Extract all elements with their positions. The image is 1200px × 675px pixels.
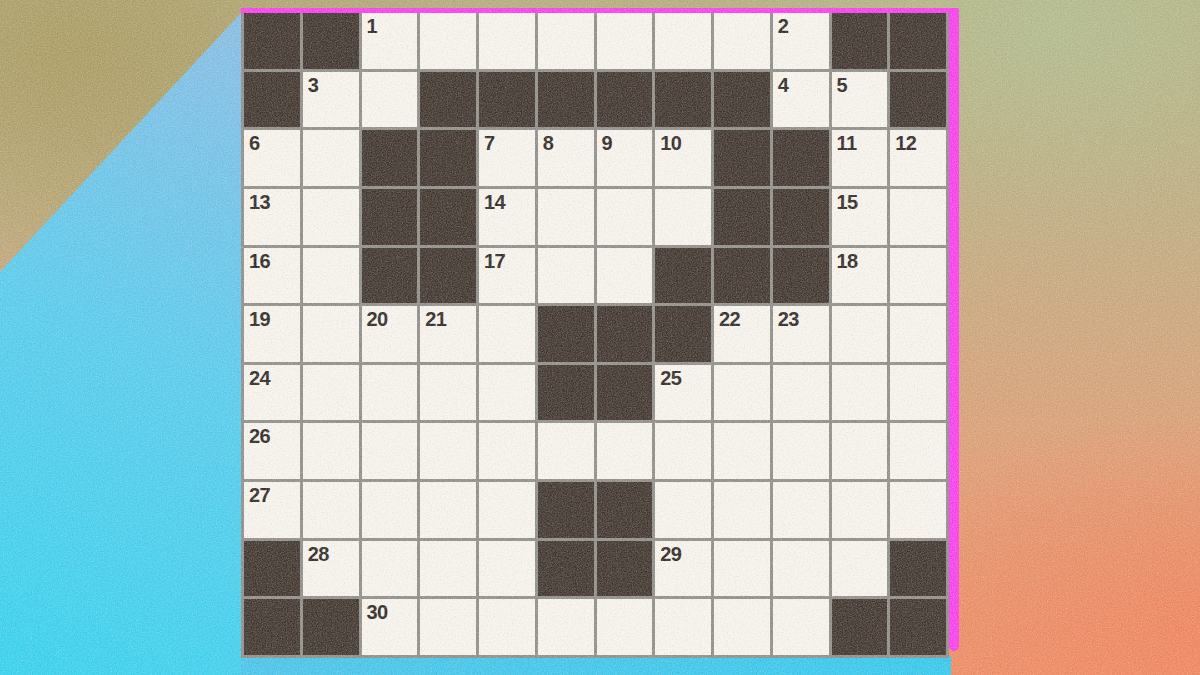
cell-r7c8[interactable]: 25 <box>655 365 711 421</box>
cell-r10c7 <box>597 541 653 597</box>
cell-r3c7[interactable]: 9 <box>597 130 653 186</box>
cell-r2c8 <box>655 72 711 128</box>
cell-r5c2[interactable] <box>303 248 359 304</box>
cell-r10c3[interactable] <box>362 541 418 597</box>
cell-r2c9 <box>714 72 770 128</box>
cell-r11c3[interactable]: 30 <box>362 599 418 655</box>
clue-number-10: 10 <box>660 133 681 153</box>
cell-r11c12 <box>890 599 946 655</box>
cell-r3c9 <box>714 130 770 186</box>
clue-number-30: 30 <box>367 602 388 622</box>
cell-r10c8[interactable]: 29 <box>655 541 711 597</box>
cell-r3c8[interactable]: 10 <box>655 130 711 186</box>
cell-r11c6[interactable] <box>538 599 594 655</box>
cell-r3c4 <box>420 130 476 186</box>
cell-r1c2 <box>303 13 359 69</box>
cell-r6c11[interactable] <box>832 306 888 362</box>
cell-r4c3 <box>362 189 418 245</box>
cell-r7c4[interactable] <box>420 365 476 421</box>
cell-r1c7[interactable] <box>597 13 653 69</box>
cell-r4c12[interactable] <box>890 189 946 245</box>
cell-r8c7[interactable] <box>597 423 653 479</box>
clue-number-14: 14 <box>484 192 505 212</box>
cell-r7c10[interactable] <box>773 365 829 421</box>
cell-r1c1 <box>244 13 300 69</box>
cell-r11c9[interactable] <box>714 599 770 655</box>
cell-r11c7[interactable] <box>597 599 653 655</box>
cell-r8c5[interactable] <box>479 423 535 479</box>
cell-r3c3 <box>362 130 418 186</box>
cell-r7c1[interactable]: 24 <box>244 365 300 421</box>
cell-r4c2[interactable] <box>303 189 359 245</box>
cell-r11c4[interactable] <box>420 599 476 655</box>
clue-number-7: 7 <box>484 133 495 153</box>
cell-r6c6 <box>538 306 594 362</box>
clue-number-18: 18 <box>837 251 858 271</box>
cell-r8c4[interactable] <box>420 423 476 479</box>
cell-r2c2[interactable]: 3 <box>303 72 359 128</box>
cell-r11c11 <box>832 599 888 655</box>
cell-r1c6[interactable] <box>538 13 594 69</box>
cell-r7c5[interactable] <box>479 365 535 421</box>
cell-r7c6 <box>538 365 594 421</box>
cell-r5c8 <box>655 248 711 304</box>
cell-r8c2[interactable] <box>303 423 359 479</box>
cell-r6c1[interactable]: 19 <box>244 306 300 362</box>
clue-number-20: 20 <box>367 309 388 329</box>
cell-r2c6 <box>538 72 594 128</box>
cell-r3c6[interactable]: 8 <box>538 130 594 186</box>
cell-r9c11[interactable] <box>832 482 888 538</box>
cell-r4c10 <box>773 189 829 245</box>
clue-number-19: 19 <box>249 309 270 329</box>
cell-r4c1[interactable]: 13 <box>244 189 300 245</box>
cell-r5c6[interactable] <box>538 248 594 304</box>
cell-r2c4 <box>420 72 476 128</box>
cell-r1c9[interactable] <box>714 13 770 69</box>
cell-r9c3[interactable] <box>362 482 418 538</box>
cell-r11c2 <box>303 599 359 655</box>
cell-r11c8[interactable] <box>655 599 711 655</box>
cell-r8c10[interactable] <box>773 423 829 479</box>
cell-r1c8[interactable] <box>655 13 711 69</box>
cell-r8c12[interactable] <box>890 423 946 479</box>
board-bottom-cyan-bar <box>241 656 951 675</box>
cell-r9c4[interactable] <box>420 482 476 538</box>
cell-r1c4[interactable] <box>420 13 476 69</box>
clue-number-24: 24 <box>249 368 270 388</box>
cell-r9c6 <box>538 482 594 538</box>
clue-number-17: 17 <box>484 251 505 271</box>
cell-r5c4 <box>420 248 476 304</box>
cell-r3c10 <box>773 130 829 186</box>
cell-r3c5[interactable]: 7 <box>479 130 535 186</box>
cell-r7c11[interactable] <box>832 365 888 421</box>
cell-r6c10[interactable]: 23 <box>773 306 829 362</box>
cell-r5c1[interactable]: 16 <box>244 248 300 304</box>
cell-r7c12[interactable] <box>890 365 946 421</box>
cell-r4c11[interactable]: 15 <box>832 189 888 245</box>
clue-number-6: 6 <box>249 133 260 153</box>
clue-number-29: 29 <box>660 544 681 564</box>
cell-r3c11[interactable]: 11 <box>832 130 888 186</box>
cell-r1c12 <box>890 13 946 69</box>
cell-r2c5 <box>479 72 535 128</box>
cell-r9c10[interactable] <box>773 482 829 538</box>
clue-number-12: 12 <box>895 133 916 153</box>
cell-r6c4[interactable]: 21 <box>420 306 476 362</box>
cell-r1c5[interactable] <box>479 13 535 69</box>
cell-r2c12 <box>890 72 946 128</box>
cell-r4c8[interactable] <box>655 189 711 245</box>
clue-number-25: 25 <box>660 368 681 388</box>
cell-r8c8[interactable] <box>655 423 711 479</box>
cell-r7c2[interactable] <box>303 365 359 421</box>
clue-number-1: 1 <box>367 16 378 36</box>
clue-number-13: 13 <box>249 192 270 212</box>
cell-r6c5[interactable] <box>479 306 535 362</box>
cell-r8c11[interactable] <box>832 423 888 479</box>
cell-r6c8 <box>655 306 711 362</box>
cell-r11c10[interactable] <box>773 599 829 655</box>
cell-r9c1[interactable]: 27 <box>244 482 300 538</box>
clue-number-3: 3 <box>308 75 319 95</box>
clue-number-11: 11 <box>837 133 857 153</box>
cell-r3c2[interactable] <box>303 130 359 186</box>
cell-r9c12[interactable] <box>890 482 946 538</box>
cell-r5c7[interactable] <box>597 248 653 304</box>
clue-number-28: 28 <box>308 544 329 564</box>
cell-r9c8[interactable] <box>655 482 711 538</box>
clue-number-22: 22 <box>719 309 740 329</box>
cell-r10c2[interactable]: 28 <box>303 541 359 597</box>
cell-r6c2[interactable] <box>303 306 359 362</box>
crossword-board: 1234567891011121314151617181920212223242… <box>241 13 949 658</box>
clue-number-27: 27 <box>249 485 270 505</box>
cell-r10c9[interactable] <box>714 541 770 597</box>
cell-r10c12 <box>890 541 946 597</box>
cell-r7c3[interactable] <box>362 365 418 421</box>
cell-r2c11[interactable]: 5 <box>832 72 888 128</box>
cell-r10c10[interactable] <box>773 541 829 597</box>
cell-r1c11 <box>832 13 888 69</box>
cell-r3c1[interactable]: 6 <box>244 130 300 186</box>
cell-r10c1 <box>244 541 300 597</box>
cell-r9c7 <box>597 482 653 538</box>
board-right-magenta-bar <box>949 8 959 651</box>
cell-r5c9 <box>714 248 770 304</box>
clue-number-16: 16 <box>249 251 270 271</box>
cell-r9c9[interactable] <box>714 482 770 538</box>
clue-number-23: 23 <box>778 309 799 329</box>
cell-r2c1 <box>244 72 300 128</box>
cell-r6c3[interactable]: 20 <box>362 306 418 362</box>
cell-r1c3[interactable]: 1 <box>362 13 418 69</box>
cell-r6c12[interactable] <box>890 306 946 362</box>
cell-r9c5[interactable] <box>479 482 535 538</box>
cell-r6c7 <box>597 306 653 362</box>
cell-r1c10[interactable]: 2 <box>773 13 829 69</box>
cell-r10c11[interactable] <box>832 541 888 597</box>
cell-r5c3 <box>362 248 418 304</box>
cell-r2c7 <box>597 72 653 128</box>
cell-r5c12[interactable] <box>890 248 946 304</box>
clue-number-21: 21 <box>425 309 446 329</box>
cell-r11c5[interactable] <box>479 599 535 655</box>
cell-r10c4[interactable] <box>420 541 476 597</box>
cell-r5c11[interactable]: 18 <box>832 248 888 304</box>
clue-number-4: 4 <box>778 75 789 95</box>
cell-r10c5[interactable] <box>479 541 535 597</box>
cell-r6c9[interactable]: 22 <box>714 306 770 362</box>
clue-number-8: 8 <box>543 133 554 153</box>
scene: 1234567891011121314151617181920212223242… <box>0 0 1200 675</box>
clue-number-2: 2 <box>778 16 789 36</box>
cell-r2c3[interactable] <box>362 72 418 128</box>
cell-r5c5[interactable]: 17 <box>479 248 535 304</box>
clue-number-5: 5 <box>837 75 848 95</box>
cell-r4c7[interactable] <box>597 189 653 245</box>
cell-r11c1 <box>244 599 300 655</box>
clue-number-15: 15 <box>837 192 858 212</box>
cell-r4c4 <box>420 189 476 245</box>
cell-r4c9 <box>714 189 770 245</box>
cell-r4c5[interactable]: 14 <box>479 189 535 245</box>
cell-r5c10 <box>773 248 829 304</box>
clue-number-26: 26 <box>249 426 270 446</box>
cell-r4c6[interactable] <box>538 189 594 245</box>
cell-r8c1[interactable]: 26 <box>244 423 300 479</box>
clue-number-9: 9 <box>602 133 613 153</box>
cell-r9c2[interactable] <box>303 482 359 538</box>
cell-r7c9[interactable] <box>714 365 770 421</box>
cell-r3c12[interactable]: 12 <box>890 130 946 186</box>
cell-r7c7 <box>597 365 653 421</box>
cell-r2c10[interactable]: 4 <box>773 72 829 128</box>
cell-r8c9[interactable] <box>714 423 770 479</box>
cell-r8c3[interactable] <box>362 423 418 479</box>
cell-r10c6 <box>538 541 594 597</box>
cell-r8c6[interactable] <box>538 423 594 479</box>
